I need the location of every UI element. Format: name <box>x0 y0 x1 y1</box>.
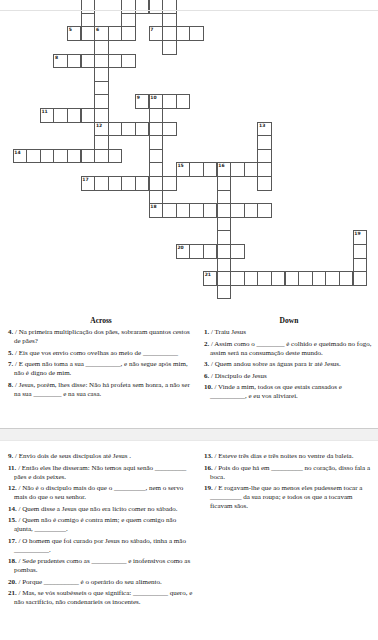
grid-cell[interactable] <box>149 190 164 205</box>
grid-cell[interactable] <box>108 149 123 164</box>
cell-number: 21 <box>205 272 211 278</box>
clue-text: / Quem andou sobre as águas para ir até … <box>209 360 341 368</box>
clue-item[interactable]: 1. / Traiu Jesus <box>204 328 374 337</box>
grid-cell[interactable]: 16 <box>217 162 232 177</box>
clue-section-2: 9. / Envio dois de seus discípulos até J… <box>0 452 378 610</box>
grid-cell[interactable] <box>257 176 272 191</box>
clue-item[interactable]: 15. / Quem não é comigo é contra mim; e … <box>8 516 194 534</box>
clue-item[interactable]: 21. / Mas, se vós soubésseis o que signi… <box>8 589 194 607</box>
cell-number: 13 <box>259 123 265 129</box>
clue-text: / E quem não toma a sua __________, e nã… <box>13 360 187 377</box>
grid-cell[interactable] <box>149 108 164 123</box>
grid-cell[interactable] <box>94 67 109 82</box>
cell-number: 9 <box>137 95 140 101</box>
clue-item[interactable]: 17. / O homem que foi curado por Jesus n… <box>8 537 194 555</box>
grid-cell[interactable] <box>40 149 55 164</box>
grid-cell[interactable] <box>121 54 136 69</box>
grid-cell[interactable]: 21 <box>203 271 218 286</box>
grid-cell[interactable] <box>162 203 177 218</box>
grid-cell[interactable] <box>203 203 218 218</box>
clue-section-1: Across 4. / Na primeira multiplicação do… <box>0 316 378 404</box>
down-header: Down <box>204 316 374 325</box>
grid-cell[interactable] <box>230 203 245 218</box>
cell-number: 15 <box>177 163 183 169</box>
grid-cell[interactable] <box>257 162 272 177</box>
clue-text: / Então eles lhe disseram: Não temos aqu… <box>14 464 186 481</box>
grid-cell[interactable] <box>189 162 204 177</box>
grid-cell[interactable] <box>189 26 204 41</box>
grid-cell[interactable]: 5 <box>67 26 82 41</box>
page-separator-line <box>0 10 378 11</box>
grid-cell[interactable] <box>285 271 300 286</box>
clue-number: 15. <box>8 516 17 524</box>
grid-cell[interactable] <box>162 26 177 41</box>
grid-cell[interactable] <box>244 271 259 286</box>
grid-cell[interactable]: 11 <box>40 108 55 123</box>
grid-cell[interactable] <box>121 122 136 137</box>
grid-cell[interactable] <box>217 190 232 205</box>
clue-number: 10. <box>204 383 213 391</box>
clue-text: / Esteve três dias e três noites no vent… <box>213 452 354 460</box>
grid-cell[interactable] <box>121 0 136 14</box>
grid-cell[interactable] <box>121 176 136 191</box>
grid-cell[interactable] <box>149 162 164 177</box>
clue-item[interactable]: 19. / E rogavam-lhe que ao menos eles pu… <box>204 484 374 511</box>
clue-text: / Não é o discípulo mais do que o ______… <box>14 484 183 501</box>
grid-cell[interactable] <box>26 149 41 164</box>
grid-cell[interactable] <box>162 94 177 109</box>
grid-cell[interactable] <box>298 271 313 286</box>
grid-cell[interactable] <box>353 244 368 259</box>
across-clues-column: Across 4. / Na primeira multiplicação do… <box>8 316 194 404</box>
down-clues-list-2: 13. / Esteve três dias e três noites no … <box>204 452 374 511</box>
clue-item[interactable]: 7. / E quem não toma a sua __________, e… <box>8 360 194 378</box>
clue-number: 13. <box>204 452 213 460</box>
grid-cell[interactable]: 12 <box>94 122 109 137</box>
clue-text: / Quem disse a Jesus que não era lícito … <box>17 505 178 513</box>
grid-cell[interactable] <box>325 271 340 286</box>
cell-number: 19 <box>354 231 360 237</box>
grid-cell[interactable] <box>135 0 150 14</box>
across-clues-list-1: 4. / Na primeira multiplicação dos pães,… <box>8 328 194 399</box>
grid-cell[interactable] <box>217 244 232 259</box>
clue-number: 20. <box>8 578 17 586</box>
grid-cell[interactable] <box>121 13 136 28</box>
grid-cell[interactable]: 15 <box>176 162 191 177</box>
grid-cell[interactable] <box>108 26 123 41</box>
grid-cell[interactable] <box>176 203 191 218</box>
grid-cell[interactable] <box>176 26 191 41</box>
grid-cell[interactable]: 8 <box>53 54 68 69</box>
grid-cell[interactable]: 17 <box>81 176 96 191</box>
clue-text: / Discípulo de Jesus <box>209 372 267 380</box>
clue-number: 17. <box>8 537 17 545</box>
cell-number: 12 <box>96 123 102 129</box>
clue-item[interactable]: 12. / Não é o discípulo mais do que o __… <box>8 484 194 502</box>
cell-number: 16 <box>218 163 224 169</box>
clue-item[interactable]: 9. / Envio dois de seus discípulos até J… <box>8 452 194 461</box>
grid-cell[interactable] <box>67 108 82 123</box>
grid-cell[interactable] <box>162 176 177 191</box>
clue-number: 18. <box>8 557 17 565</box>
grid-cell[interactable] <box>94 149 109 164</box>
grid-cell[interactable] <box>53 149 68 164</box>
grid-cell[interactable]: 9 <box>135 94 150 109</box>
grid-cell[interactable] <box>94 135 109 150</box>
grid-cell[interactable] <box>217 176 232 191</box>
clue-text: / Mas, se vós soubésseis o que significa… <box>14 589 192 606</box>
clue-item[interactable]: 20. / Porque __________ é o operário do … <box>8 578 194 587</box>
clue-item[interactable]: 2. / Assim como o ________ é colhido e q… <box>204 340 374 358</box>
grid-cell[interactable] <box>162 13 177 28</box>
clue-text: / Na primeira multiplicação dos pães, so… <box>13 328 190 345</box>
grid-cell[interactable] <box>217 230 232 245</box>
cell-number: 10 <box>150 95 156 101</box>
grid-cell[interactable] <box>217 271 232 286</box>
grid-cell[interactable] <box>121 26 136 41</box>
grid-cell[interactable] <box>162 122 177 137</box>
clue-item[interactable]: 18. / Sede prudentes como as __________ … <box>8 557 194 575</box>
grid-cell[interactable]: 19 <box>353 230 368 245</box>
clue-item[interactable]: 13. / Esteve três dias e três noites no … <box>204 452 374 461</box>
grid-cell[interactable] <box>81 13 96 28</box>
grid-cell[interactable]: 7 <box>149 26 164 41</box>
clue-text: / Traiu Jesus <box>209 328 246 336</box>
cell-number: 20 <box>177 245 183 251</box>
grid-cell[interactable] <box>135 176 150 191</box>
grid-cell[interactable] <box>94 54 109 69</box>
grid-cell[interactable]: 14 <box>13 149 28 164</box>
cell-number: 14 <box>14 150 20 156</box>
grid-cell[interactable] <box>230 162 245 177</box>
grid-cell[interactable]: 13 <box>257 122 272 137</box>
clue-text: / Envio dois de seus discípulos até Jesu… <box>13 452 131 460</box>
grid-cell[interactable] <box>244 203 259 218</box>
grid-cell[interactable] <box>230 244 245 259</box>
grid-cell[interactable] <box>244 162 259 177</box>
grid-cell[interactable] <box>81 54 96 69</box>
grid-cell[interactable] <box>67 54 82 69</box>
grid-cell[interactable] <box>217 203 232 218</box>
grid-cell[interactable] <box>271 271 286 286</box>
grid-cell[interactable] <box>217 217 232 232</box>
grid-cell[interactable] <box>94 81 109 96</box>
grid-cell[interactable] <box>108 54 123 69</box>
grid-cell[interactable] <box>189 244 204 259</box>
clue-text: / Eis que vos envio como ovelhas ao meio… <box>13 349 178 357</box>
grid-cell[interactable] <box>94 108 109 123</box>
grid-cell[interactable] <box>217 285 232 300</box>
grid-cell[interactable] <box>230 271 245 286</box>
grid-cell[interactable] <box>53 108 68 123</box>
cell-number: 8 <box>55 55 58 61</box>
grid-cell[interactable] <box>353 258 368 273</box>
down-clues-column: Down 1. / Traiu Jesus2. / Assim como o _… <box>204 316 374 404</box>
grid-cell[interactable] <box>67 149 82 164</box>
down-clues-list-1: 1. / Traiu Jesus2. / Assim como o ______… <box>204 328 374 401</box>
grid-cell[interactable] <box>203 162 218 177</box>
cell-number: 17 <box>82 177 88 183</box>
across-header: Across <box>8 316 194 325</box>
grid-cell[interactable] <box>149 149 164 164</box>
clue-text: / Pois do que há em _________ no coração… <box>210 464 370 481</box>
clue-number: 21. <box>8 589 17 597</box>
clue-item[interactable]: 3. / Quem andou sobre as águas para ir a… <box>204 360 374 369</box>
section-separator <box>0 428 378 441</box>
grid-cell[interactable] <box>189 203 204 218</box>
clue-text: / Porque __________ é o operário do seu … <box>17 578 162 586</box>
grid-cell[interactable] <box>203 244 218 259</box>
grid-cell[interactable]: 6 <box>94 26 109 41</box>
cell-number: 5 <box>69 27 72 33</box>
clue-text: / Sede prudentes como as __________ e in… <box>14 557 190 574</box>
clue-item[interactable]: 11. / Então eles lhe disseram: Não temos… <box>8 464 194 482</box>
clue-item[interactable]: 8. / Jesus, porém, lhes disse: Não há pr… <box>8 381 194 399</box>
clue-text: / Vinde a mim, todos os que estais cansa… <box>210 383 342 400</box>
grid-cell[interactable] <box>149 176 164 191</box>
clue-text: / O homem que foi curado por Jesus no sá… <box>14 537 186 554</box>
grid-cell[interactable] <box>81 149 96 164</box>
grid-cell[interactable] <box>135 122 150 137</box>
grid-cell[interactable] <box>149 135 164 150</box>
grid-cell[interactable] <box>353 271 368 286</box>
clue-text: / E rogavam-lhe que ao menos eles pudess… <box>210 484 362 510</box>
clue-item[interactable]: 16. / Pois do que há em _________ no cor… <box>204 464 374 482</box>
grid-cell[interactable] <box>81 0 96 14</box>
clue-item[interactable]: 4. / Na primeira multiplicação dos pães,… <box>8 328 194 346</box>
grid-cell[interactable] <box>81 108 96 123</box>
grid-cell[interactable] <box>257 149 272 164</box>
across-clues-column-2: 9. / Envio dois de seus discípulos até J… <box>8 452 194 610</box>
grid-cell[interactable]: 10 <box>149 94 164 109</box>
cell-number: 6 <box>96 27 99 33</box>
grid-cell[interactable] <box>108 176 123 191</box>
cell-number: 7 <box>150 27 153 33</box>
grid-cell[interactable] <box>149 122 164 137</box>
grid-cell[interactable] <box>257 203 272 218</box>
clue-item[interactable]: 5. / Eis que vos envio como ovelhas ao m… <box>8 349 194 358</box>
clue-text: / Quem não é comigo é contra mim; e quem… <box>14 516 176 533</box>
grid-cell[interactable] <box>162 40 177 55</box>
crossword-board: 56789101112131415161718192021 <box>0 0 378 302</box>
clue-number: 14. <box>8 505 17 513</box>
clue-item[interactable]: 6. / Discípulo de Jesus <box>204 372 374 381</box>
grid-cell[interactable] <box>94 40 109 55</box>
grid-cell[interactable] <box>162 0 177 14</box>
grid-cell[interactable] <box>94 94 109 109</box>
down-clues-column-2: 13. / Esteve três dias e três noites no … <box>204 452 374 610</box>
clue-item[interactable]: 10. / Vinde a mim, todos os que estais c… <box>204 383 374 401</box>
grid-cell[interactable]: 20 <box>176 244 191 259</box>
grid-cell[interactable] <box>81 26 96 41</box>
grid-cell[interactable] <box>176 94 191 109</box>
cell-number: 18 <box>150 204 156 210</box>
cell-number: 11 <box>41 109 47 115</box>
grid-cell[interactable] <box>108 122 123 137</box>
grid-cell[interactable] <box>312 271 327 286</box>
grid-cell[interactable] <box>339 271 354 286</box>
grid-cell[interactable] <box>257 271 272 286</box>
clue-text: / Jesus, porém, lhes disse: Não há profe… <box>13 381 190 398</box>
clue-item[interactable]: 14. / Quem disse a Jesus que não era líc… <box>8 505 194 514</box>
clue-number: 12. <box>8 484 17 492</box>
grid-cell[interactable] <box>94 176 109 191</box>
clue-number: 16. <box>204 464 213 472</box>
grid-cell[interactable] <box>149 0 164 14</box>
grid-cell[interactable] <box>257 135 272 150</box>
clue-text: / Assim como o ________ é colhido e quei… <box>209 340 371 357</box>
grid-cell[interactable] <box>217 258 232 273</box>
across-clues-list-2: 9. / Envio dois de seus discípulos até J… <box>8 452 194 607</box>
clue-number: 19. <box>204 484 213 492</box>
grid-cell[interactable]: 18 <box>149 203 164 218</box>
